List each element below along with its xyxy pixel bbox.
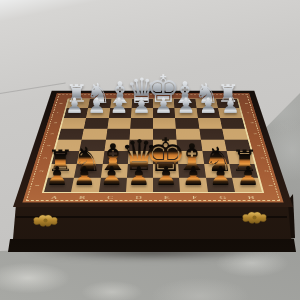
square-f6: [175, 118, 199, 128]
file-label: F: [180, 195, 209, 200]
square-d2: [126, 164, 152, 178]
square-g5: [198, 129, 223, 140]
square-a5: [58, 129, 84, 140]
square-c4: [103, 140, 128, 152]
square-h4: [224, 140, 251, 152]
square-h7: [217, 108, 241, 118]
square-e5: [153, 129, 177, 140]
board-border: ABCDEFGH 12345678 12345678: [22, 93, 283, 202]
square-f7: [174, 108, 197, 118]
file-label: H: [236, 195, 265, 200]
square-e8: [153, 99, 175, 108]
square-g4: [200, 140, 226, 152]
file-label: B: [68, 195, 97, 200]
square-a3: [51, 151, 79, 164]
square-g7: [196, 108, 220, 118]
chess-board: ABCDEFGH 12345678 12345678: [13, 91, 293, 207]
file-label: G: [208, 195, 237, 200]
square-g2: [203, 164, 231, 178]
file-label: E: [153, 195, 181, 200]
square-a2: [47, 164, 76, 178]
rank-label: 8: [57, 101, 63, 105]
square-b3: [76, 151, 103, 164]
file-label: A: [39, 195, 68, 200]
square-d4: [128, 140, 153, 152]
rank-label: 2: [36, 168, 44, 174]
square-b2: [74, 164, 102, 178]
square-f2: [178, 164, 205, 178]
rank-label: 4: [254, 143, 261, 148]
square-g3: [202, 151, 229, 164]
square-b5: [81, 129, 106, 140]
square-f5: [175, 129, 199, 140]
square-a6: [61, 118, 86, 128]
square-h8: [215, 99, 238, 108]
board-squares: [41, 99, 263, 194]
square-b6: [84, 118, 108, 128]
square-h1: [231, 178, 261, 193]
rank-label: 5: [47, 132, 54, 137]
square-f1: [179, 178, 207, 193]
square-d7: [130, 108, 152, 118]
square-f4: [176, 140, 201, 152]
square-a7: [63, 108, 87, 118]
square-g1: [205, 178, 234, 193]
square-e1: [153, 178, 180, 193]
square-h2: [229, 164, 258, 178]
chess-set-photo: ABCDEFGH 12345678 12345678 ♜♞♝♛♚♝♞♜♟♟♟♟♟…: [0, 0, 300, 300]
rank-label: 1: [265, 182, 273, 188]
rank-label: 2: [261, 168, 269, 174]
rank-label: 1: [32, 182, 40, 188]
square-f3: [177, 151, 203, 164]
square-c2: [100, 164, 127, 178]
square-d1: [125, 178, 152, 193]
square-h3: [226, 151, 254, 164]
square-d3: [127, 151, 152, 164]
square-e4: [153, 140, 178, 152]
square-f8: [173, 99, 195, 108]
square-e7: [153, 108, 175, 118]
square-e6: [153, 118, 176, 128]
rank-label: 3: [40, 155, 48, 160]
square-a1: [44, 178, 74, 193]
square-g6: [197, 118, 221, 128]
square-b7: [86, 108, 110, 118]
square-a4: [54, 140, 81, 152]
square-c5: [105, 129, 129, 140]
rank-label: 5: [251, 132, 258, 137]
square-d6: [130, 118, 153, 128]
square-h6: [219, 118, 244, 128]
square-c8: [109, 99, 131, 108]
square-e2: [153, 164, 179, 178]
rank-label: 6: [51, 121, 58, 125]
rank-label: 6: [247, 121, 254, 125]
file-label: D: [124, 195, 152, 200]
square-c7: [108, 108, 131, 118]
square-e3: [153, 151, 178, 164]
square-h5: [221, 129, 247, 140]
square-c3: [102, 151, 128, 164]
file-label: C: [96, 195, 125, 200]
brass-clasp-icon: [32, 213, 59, 228]
rank-label: 7: [54, 111, 61, 115]
square-b8: [88, 99, 111, 108]
square-b1: [71, 178, 100, 193]
square-d5: [129, 129, 153, 140]
rank-label: 7: [245, 111, 252, 115]
square-b4: [79, 140, 105, 152]
square-a8: [66, 99, 89, 108]
rank-label: 3: [257, 155, 265, 160]
square-d8: [131, 99, 153, 108]
square-c6: [107, 118, 131, 128]
rank-label: 4: [44, 143, 51, 148]
file-labels: ABCDEFGH: [39, 194, 266, 202]
square-g8: [194, 99, 217, 108]
rank-label: 8: [242, 101, 248, 105]
square-c1: [98, 178, 126, 193]
brass-clasp-icon: [241, 210, 268, 225]
